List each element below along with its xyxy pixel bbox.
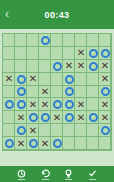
- x-piece: ✕: [41, 86, 49, 96]
- cell-r7c3[interactable]: [39, 124, 51, 137]
- o-piece: [53, 62, 62, 71]
- tool-label: [65, 179, 72, 180]
- board: ✕✕✕✕✕✕✕✕✕✕✕✕✕✕✕✕✕✕✕: [2, 33, 112, 151]
- tool-label: [18, 179, 25, 180]
- x-piece: ✕: [41, 99, 49, 109]
- cell-r0c7[interactable]: [87, 34, 99, 47]
- header-bar: ‹ 00:43: [0, 0, 114, 29]
- x-piece: ✕: [77, 61, 85, 71]
- cell-r1c1[interactable]: [15, 47, 27, 60]
- cell-r3c1[interactable]: [15, 73, 27, 86]
- cell-r6c4[interactable]: ✕: [51, 111, 63, 124]
- cell-r8c6[interactable]: [75, 137, 87, 150]
- cell-r4c4[interactable]: [51, 86, 63, 99]
- x-piece: ✕: [101, 61, 109, 71]
- cell-r2c1[interactable]: [15, 60, 27, 73]
- o-piece: [17, 87, 26, 96]
- o-piece: [5, 139, 14, 148]
- x-piece: ✕: [65, 61, 73, 71]
- o-piece: [53, 100, 62, 109]
- cell-r8c7[interactable]: [87, 137, 99, 150]
- cell-r6c7[interactable]: [87, 111, 99, 124]
- x-piece: ✕: [77, 99, 85, 109]
- cell-r1c5[interactable]: [63, 47, 75, 60]
- cell-r6c5[interactable]: [63, 111, 75, 124]
- cell-r5c0[interactable]: [3, 98, 15, 111]
- cell-r8c1[interactable]: ✕: [15, 137, 27, 150]
- cell-r5c1[interactable]: [15, 98, 27, 111]
- cell-r0c0[interactable]: [3, 34, 15, 47]
- cell-r7c0[interactable]: [3, 124, 15, 137]
- o-piece: [17, 126, 26, 135]
- cell-r3c2[interactable]: ✕: [27, 73, 39, 86]
- cell-r2c8[interactable]: ✕: [99, 60, 111, 73]
- cell-r3c6[interactable]: [75, 73, 87, 86]
- x-piece: ✕: [101, 99, 109, 109]
- cell-r7c2[interactable]: ✕: [27, 124, 39, 137]
- cell-r5c6[interactable]: ✕: [75, 98, 87, 111]
- undo-button[interactable]: [41, 169, 50, 180]
- cell-r4c1[interactable]: [15, 86, 27, 99]
- cell-r2c6[interactable]: ✕: [75, 60, 87, 73]
- x-piece: ✕: [77, 48, 85, 58]
- cell-r7c7[interactable]: [87, 124, 99, 137]
- new-game-button[interactable]: [17, 169, 26, 180]
- o-piece: [17, 100, 26, 109]
- o-piece: [101, 126, 110, 135]
- tool-label: [89, 179, 96, 180]
- x-piece: ✕: [77, 112, 85, 122]
- o-piece: [101, 49, 110, 58]
- cell-r0c5[interactable]: [63, 34, 75, 47]
- cell-r5c7[interactable]: [87, 98, 99, 111]
- cell-r2c5[interactable]: ✕: [63, 60, 75, 73]
- cell-r5c5[interactable]: [63, 98, 75, 111]
- cell-r0c8[interactable]: [99, 34, 111, 47]
- x-piece: ✕: [29, 74, 37, 84]
- cell-r7c5[interactable]: [63, 124, 75, 137]
- o-piece: [29, 113, 38, 122]
- cell-r8c4[interactable]: [51, 137, 63, 150]
- x-piece: ✕: [101, 74, 109, 84]
- o-piece: [65, 75, 74, 84]
- checkmark-icon: [88, 169, 97, 178]
- o-piece: [5, 100, 14, 109]
- x-piece: ✕: [101, 112, 109, 122]
- cell-r3c5[interactable]: [63, 73, 75, 86]
- cell-r5c3[interactable]: ✕: [39, 98, 51, 111]
- o-piece: [41, 36, 50, 45]
- cell-r3c4[interactable]: [51, 73, 63, 86]
- o-piece: [17, 75, 26, 84]
- o-piece: [101, 87, 110, 96]
- cell-r7c8[interactable]: [99, 124, 111, 137]
- cell-r4c7[interactable]: [87, 86, 99, 99]
- o-piece: [41, 113, 50, 122]
- lightbulb-icon: [64, 169, 73, 178]
- cell-r5c4[interactable]: [51, 98, 63, 111]
- x-piece: ✕: [5, 74, 13, 84]
- o-piece: [89, 62, 98, 71]
- cell-r4c0[interactable]: [3, 86, 15, 99]
- x-piece: ✕: [29, 99, 37, 109]
- x-piece: ✕: [41, 138, 49, 148]
- clock-icon: [17, 169, 26, 178]
- hint-button[interactable]: [64, 169, 73, 180]
- app-screen: ‹ 00:43 ✕✕✕✕✕✕✕✕✕✕✕✕✕✕✕✕✕✕✕: [0, 0, 114, 182]
- cell-r4c3[interactable]: ✕: [39, 86, 51, 99]
- o-piece: [65, 113, 74, 122]
- cell-r8c5[interactable]: [63, 137, 75, 150]
- timer-display: 00:43: [44, 10, 69, 20]
- cell-r8c2[interactable]: [27, 137, 39, 150]
- cell-r0c1[interactable]: [15, 34, 27, 47]
- cell-r0c4[interactable]: [51, 34, 63, 47]
- cell-r4c6[interactable]: [75, 86, 87, 99]
- o-piece: [89, 113, 98, 122]
- x-piece: ✕: [17, 138, 25, 148]
- o-piece: [65, 100, 74, 109]
- cell-r8c3[interactable]: ✕: [39, 137, 51, 150]
- cell-r2c7[interactable]: [87, 60, 99, 73]
- cell-r1c4[interactable]: [51, 47, 63, 60]
- cell-r4c5[interactable]: [63, 86, 75, 99]
- cell-r6c2[interactable]: [27, 111, 39, 124]
- x-piece: ✕: [17, 112, 25, 122]
- cell-r0c3[interactable]: [39, 34, 51, 47]
- tool-label: [42, 179, 49, 180]
- cell-r8c0[interactable]: [3, 137, 15, 150]
- cell-r5c8[interactable]: ✕: [99, 98, 111, 111]
- cell-r2c2[interactable]: [27, 60, 39, 73]
- cell-r4c2[interactable]: [27, 86, 39, 99]
- cell-r2c4[interactable]: [51, 60, 63, 73]
- cell-r2c3[interactable]: [39, 60, 51, 73]
- cell-r1c2[interactable]: [27, 47, 39, 60]
- cell-r1c7[interactable]: [87, 47, 99, 60]
- cell-r7c6[interactable]: [75, 124, 87, 137]
- toolbar: [0, 166, 114, 182]
- o-piece: [53, 139, 62, 148]
- o-piece: [29, 139, 38, 148]
- cell-r7c1[interactable]: [15, 124, 27, 137]
- cell-r6c0[interactable]: [3, 111, 15, 124]
- cell-r0c6[interactable]: [75, 34, 87, 47]
- check-button[interactable]: [88, 169, 97, 180]
- o-piece: [89, 49, 98, 58]
- cell-r1c0[interactable]: [3, 47, 15, 60]
- cell-r3c0[interactable]: ✕: [3, 73, 15, 86]
- cell-r7c4[interactable]: [51, 124, 63, 137]
- cell-r3c8[interactable]: ✕: [99, 73, 111, 86]
- cell-r0c2[interactable]: [27, 34, 39, 47]
- cell-r6c6[interactable]: ✕: [75, 111, 87, 124]
- undo-arrow-icon: [41, 169, 50, 178]
- cell-r6c3[interactable]: [39, 111, 51, 124]
- cell-r8c8[interactable]: [99, 137, 111, 150]
- back-chevron-icon[interactable]: ‹: [5, 8, 9, 20]
- cell-r3c7[interactable]: [87, 73, 99, 86]
- cell-r2c0[interactable]: [3, 60, 15, 73]
- x-piece: ✕: [29, 125, 37, 135]
- cell-r3c3[interactable]: [39, 73, 51, 86]
- cell-r1c8[interactable]: [99, 47, 111, 60]
- cell-r4c8[interactable]: [99, 86, 111, 99]
- o-piece: [65, 87, 74, 96]
- cell-r1c3[interactable]: [39, 47, 51, 60]
- cell-r1c6[interactable]: ✕: [75, 47, 87, 60]
- cell-r5c2[interactable]: ✕: [27, 98, 39, 111]
- x-piece: ✕: [53, 112, 61, 122]
- cell-r6c8[interactable]: ✕: [99, 111, 111, 124]
- cell-r6c1[interactable]: ✕: [15, 111, 27, 124]
